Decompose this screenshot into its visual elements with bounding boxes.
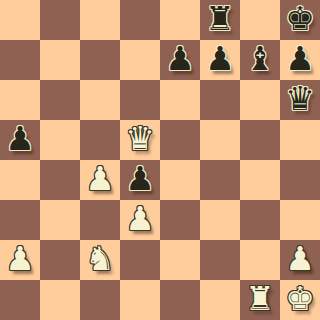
square-f7[interactable]: ♟ (200, 40, 240, 80)
square-e5[interactable] (160, 120, 200, 160)
square-d6[interactable] (120, 80, 160, 120)
square-f5[interactable] (200, 120, 240, 160)
square-c4[interactable]: ♟ (80, 160, 120, 200)
square-f2[interactable] (200, 240, 240, 280)
square-e6[interactable] (160, 80, 200, 120)
square-f8[interactable]: ♜ (200, 0, 240, 40)
square-b5[interactable] (40, 120, 80, 160)
square-h5[interactable] (280, 120, 320, 160)
square-a1[interactable] (0, 280, 40, 320)
white-knight[interactable]: ♞ (85, 239, 115, 279)
square-b6[interactable] (40, 80, 80, 120)
white-rook[interactable]: ♜ (245, 279, 275, 319)
square-g5[interactable] (240, 120, 280, 160)
black-pawn[interactable]: ♟ (205, 39, 235, 79)
square-e8[interactable] (160, 0, 200, 40)
white-pawn[interactable]: ♟ (5, 239, 35, 279)
square-c3[interactable] (80, 200, 120, 240)
square-b1[interactable] (40, 280, 80, 320)
square-d8[interactable] (120, 0, 160, 40)
white-pawn[interactable]: ♟ (85, 159, 115, 199)
square-a3[interactable] (0, 200, 40, 240)
square-e3[interactable] (160, 200, 200, 240)
square-h8[interactable]: ♚ (280, 0, 320, 40)
black-pawn[interactable]: ♟ (125, 159, 155, 199)
square-f3[interactable] (200, 200, 240, 240)
square-h1[interactable]: ♚ (280, 280, 320, 320)
square-h4[interactable] (280, 160, 320, 200)
white-queen[interactable]: ♛ (125, 119, 155, 159)
black-rook[interactable]: ♜ (205, 0, 235, 39)
square-a2[interactable]: ♟ (0, 240, 40, 280)
black-pawn[interactable]: ♟ (165, 39, 195, 79)
square-c1[interactable] (80, 280, 120, 320)
square-b2[interactable] (40, 240, 80, 280)
square-c2[interactable]: ♞ (80, 240, 120, 280)
square-g7[interactable]: ♝ (240, 40, 280, 80)
square-e7[interactable]: ♟ (160, 40, 200, 80)
square-g8[interactable] (240, 0, 280, 40)
square-d3[interactable]: ♟ (120, 200, 160, 240)
square-a5[interactable]: ♟ (0, 120, 40, 160)
square-d7[interactable] (120, 40, 160, 80)
square-h3[interactable] (280, 200, 320, 240)
square-g1[interactable]: ♜ (240, 280, 280, 320)
white-pawn[interactable]: ♟ (285, 239, 315, 279)
square-h2[interactable]: ♟ (280, 240, 320, 280)
square-g2[interactable] (240, 240, 280, 280)
chess-board: ♜♚♟♟♝♟♛♟♛♟♟♟♟♞♟♜♚ (0, 0, 320, 320)
black-bishop[interactable]: ♝ (245, 39, 275, 79)
black-pawn[interactable]: ♟ (285, 39, 315, 79)
square-b7[interactable] (40, 40, 80, 80)
square-f6[interactable] (200, 80, 240, 120)
square-d4[interactable]: ♟ (120, 160, 160, 200)
square-e4[interactable] (160, 160, 200, 200)
square-b4[interactable] (40, 160, 80, 200)
white-pawn[interactable]: ♟ (125, 199, 155, 239)
square-a4[interactable] (0, 160, 40, 200)
square-f4[interactable] (200, 160, 240, 200)
square-a7[interactable] (0, 40, 40, 80)
square-e1[interactable] (160, 280, 200, 320)
square-a6[interactable] (0, 80, 40, 120)
square-d1[interactable] (120, 280, 160, 320)
square-e2[interactable] (160, 240, 200, 280)
square-h7[interactable]: ♟ (280, 40, 320, 80)
black-pawn[interactable]: ♟ (5, 119, 35, 159)
square-g6[interactable] (240, 80, 280, 120)
square-g4[interactable] (240, 160, 280, 200)
square-d5[interactable]: ♛ (120, 120, 160, 160)
square-g3[interactable] (240, 200, 280, 240)
square-b8[interactable] (40, 0, 80, 40)
square-c5[interactable] (80, 120, 120, 160)
square-b3[interactable] (40, 200, 80, 240)
square-f1[interactable] (200, 280, 240, 320)
square-h6[interactable]: ♛ (280, 80, 320, 120)
black-queen[interactable]: ♛ (285, 79, 315, 119)
black-king[interactable]: ♚ (285, 0, 315, 39)
square-c7[interactable] (80, 40, 120, 80)
square-d2[interactable] (120, 240, 160, 280)
square-c6[interactable] (80, 80, 120, 120)
square-a8[interactable] (0, 0, 40, 40)
white-king[interactable]: ♚ (285, 279, 315, 319)
square-c8[interactable] (80, 0, 120, 40)
